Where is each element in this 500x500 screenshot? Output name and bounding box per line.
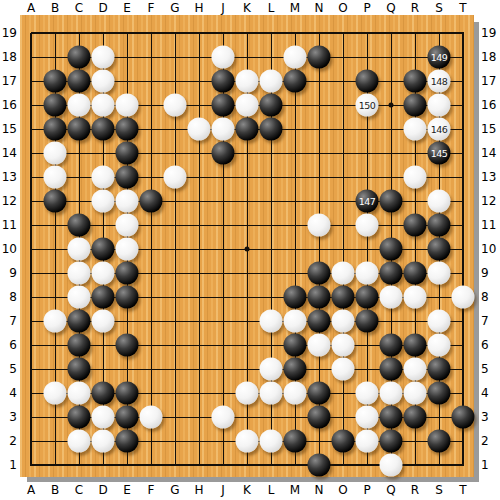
stone-black: [380, 358, 403, 381]
stone-black: [308, 286, 331, 309]
stone-black: [212, 94, 235, 117]
stone-black: [380, 406, 403, 429]
stone-white: [68, 382, 91, 405]
stone-white: [92, 166, 115, 189]
stone-white: [164, 166, 187, 189]
stone-white: [68, 238, 91, 261]
stone-black: [68, 214, 91, 237]
row-label-left: 18: [0, 50, 17, 64]
stone-white: [140, 406, 163, 429]
stone-white: [404, 382, 427, 405]
column-label-bottom: H: [187, 483, 211, 497]
stone-black: [428, 214, 451, 237]
column-label-top: Q: [379, 1, 403, 15]
stone-black: [308, 46, 331, 69]
row-label-left: 19: [0, 26, 17, 40]
stone-white: [116, 94, 139, 117]
column-label-bottom: M: [283, 483, 307, 497]
column-label-bottom: G: [163, 483, 187, 497]
row-label-right: 1: [481, 458, 500, 472]
stone-white: [212, 406, 235, 429]
stone-white: [452, 286, 475, 309]
stone-white: [44, 166, 67, 189]
column-label-bottom: A: [19, 483, 43, 497]
stone-white: [236, 430, 259, 453]
stone-white: [92, 430, 115, 453]
stone-black: [308, 454, 331, 477]
row-label-right: 4: [481, 386, 500, 400]
stone-black-move-149: 149: [428, 46, 451, 69]
stone-black: [116, 142, 139, 165]
column-label-bottom: F: [139, 483, 163, 497]
column-label-bottom: T: [451, 483, 475, 497]
stone-black: [68, 406, 91, 429]
row-label-left: 1: [0, 458, 17, 472]
stone-black: [356, 286, 379, 309]
stone-black: [116, 118, 139, 141]
column-label-top: N: [307, 1, 331, 15]
stone-white: [92, 190, 115, 213]
row-label-left: 6: [0, 338, 17, 352]
stone-white: [92, 406, 115, 429]
stone-white: [116, 238, 139, 261]
stone-white: [92, 262, 115, 285]
stone-black: [380, 190, 403, 213]
stone-black: [68, 46, 91, 69]
column-label-top: D: [91, 1, 115, 15]
stone-white: [332, 310, 355, 333]
stone-black: [404, 94, 427, 117]
column-label-top: A: [19, 1, 43, 15]
row-label-left: 4: [0, 386, 17, 400]
column-label-top: C: [67, 1, 91, 15]
row-label-right: 6: [481, 338, 500, 352]
column-label-top: O: [331, 1, 355, 15]
stone-black-move-147: 147: [356, 190, 379, 213]
stone-black: [308, 310, 331, 333]
column-label-bottom: R: [403, 483, 427, 497]
stone-black: [140, 190, 163, 213]
stone-black: [92, 238, 115, 261]
stone-white: [284, 310, 307, 333]
stone-black: [308, 406, 331, 429]
stone-black: [92, 382, 115, 405]
stone-black-move-145: 145: [428, 142, 451, 165]
stone-black: [452, 406, 475, 429]
stone-white: [92, 70, 115, 93]
stone-black: [260, 94, 283, 117]
column-label-bottom: Q: [379, 483, 403, 497]
stone-black: [116, 166, 139, 189]
column-label-bottom: P: [355, 483, 379, 497]
row-label-left: 9: [0, 266, 17, 280]
column-label-bottom: J: [211, 483, 235, 497]
stone-white-move-146: 146: [428, 118, 451, 141]
star-point: [245, 247, 250, 252]
row-label-right: 16: [481, 98, 500, 112]
row-label-right: 9: [481, 266, 500, 280]
row-label-left: 15: [0, 122, 17, 136]
column-label-top: E: [115, 1, 139, 15]
stone-black: [44, 118, 67, 141]
stone-white: [164, 94, 187, 117]
column-label-top: M: [283, 1, 307, 15]
stone-white: [236, 70, 259, 93]
stone-white: [380, 286, 403, 309]
row-label-right: 3: [481, 410, 500, 424]
stone-black: [260, 118, 283, 141]
stone-black: [332, 286, 355, 309]
stone-white: [212, 46, 235, 69]
row-label-right: 14: [481, 146, 500, 160]
stone-black: [44, 190, 67, 213]
stone-black: [92, 118, 115, 141]
stone-black: [356, 310, 379, 333]
stone-black: [428, 382, 451, 405]
stone-black: [404, 214, 427, 237]
stone-black: [284, 334, 307, 357]
column-label-top: S: [427, 1, 451, 15]
stone-black: [116, 262, 139, 285]
stone-white: [332, 262, 355, 285]
stone-white: [260, 430, 283, 453]
row-label-left: 14: [0, 146, 17, 160]
stone-white: [308, 214, 331, 237]
row-label-left: 11: [0, 218, 17, 232]
column-label-bottom: N: [307, 483, 331, 497]
column-label-bottom: D: [91, 483, 115, 497]
stone-white: [428, 310, 451, 333]
stone-black: [116, 406, 139, 429]
row-label-right: 8: [481, 290, 500, 304]
stone-black: [404, 406, 427, 429]
column-label-top: L: [259, 1, 283, 15]
stone-white: [68, 286, 91, 309]
go-app-window: 149148150146145147 AABBCCDDEEFFGGHHJJKKL…: [0, 0, 500, 500]
stone-white: [284, 382, 307, 405]
stone-white: [428, 262, 451, 285]
stone-black: [116, 286, 139, 309]
stone-black: [68, 310, 91, 333]
row-label-left: 3: [0, 410, 17, 424]
stone-white: [284, 46, 307, 69]
stone-white: [428, 190, 451, 213]
stone-black: [380, 334, 403, 357]
row-label-left: 8: [0, 290, 17, 304]
stone-white: [404, 358, 427, 381]
row-label-left: 13: [0, 170, 17, 184]
stone-black: [428, 238, 451, 261]
row-label-right: 7: [481, 314, 500, 328]
row-label-right: 10: [481, 242, 500, 256]
stone-black: [284, 70, 307, 93]
stone-white: [116, 190, 139, 213]
stone-black: [284, 430, 307, 453]
stone-white: [92, 46, 115, 69]
go-board[interactable]: 149148150146145147: [20, 15, 474, 477]
stone-black: [68, 358, 91, 381]
stone-black: [380, 238, 403, 261]
stone-white: [308, 334, 331, 357]
stone-white: [356, 382, 379, 405]
column-label-bottom: L: [259, 483, 283, 497]
column-label-top: B: [43, 1, 67, 15]
column-label-bottom: O: [331, 483, 355, 497]
stone-black: [356, 70, 379, 93]
stone-white: [404, 166, 427, 189]
stone-white: [356, 262, 379, 285]
stone-white: [44, 382, 67, 405]
stone-white: [44, 142, 67, 165]
stone-white: [260, 382, 283, 405]
stone-black: [116, 430, 139, 453]
stone-white: [68, 262, 91, 285]
stone-white: [404, 118, 427, 141]
stone-black: [212, 70, 235, 93]
row-label-right: 18: [481, 50, 500, 64]
stone-black: [380, 430, 403, 453]
stone-white: [380, 382, 403, 405]
column-label-top: T: [451, 1, 475, 15]
grid-line-vertical: [462, 33, 464, 466]
column-label-top: F: [139, 1, 163, 15]
stone-white: [44, 310, 67, 333]
stone-black: [68, 118, 91, 141]
stone-white: [236, 382, 259, 405]
stone-black: [116, 382, 139, 405]
row-label-right: 13: [481, 170, 500, 184]
row-label-left: 5: [0, 362, 17, 376]
stone-white: [380, 454, 403, 477]
stone-white: [236, 94, 259, 117]
stone-white: [260, 310, 283, 333]
stone-black: [212, 142, 235, 165]
column-label-bottom: S: [427, 483, 451, 497]
row-label-left: 2: [0, 434, 17, 448]
row-label-left: 17: [0, 74, 17, 88]
stone-white: [356, 406, 379, 429]
stone-black: [68, 334, 91, 357]
row-label-right: 19: [481, 26, 500, 40]
stone-white: [260, 358, 283, 381]
stone-black: [404, 334, 427, 357]
stone-black: [116, 334, 139, 357]
stone-white: [68, 430, 91, 453]
stone-white: [356, 430, 379, 453]
stone-black: [428, 358, 451, 381]
row-label-left: 10: [0, 242, 17, 256]
stone-white: [212, 118, 235, 141]
column-label-bottom: B: [43, 483, 67, 497]
column-label-bottom: C: [67, 483, 91, 497]
stone-white-move-148: 148: [428, 70, 451, 93]
row-label-right: 15: [481, 122, 500, 136]
column-label-top: R: [403, 1, 427, 15]
stone-black: [404, 262, 427, 285]
stone-white: [356, 214, 379, 237]
star-point: [389, 103, 394, 108]
row-label-left: 12: [0, 194, 17, 208]
stone-white: [332, 334, 355, 357]
stone-white: [116, 214, 139, 237]
row-label-right: 5: [481, 362, 500, 376]
row-label-right: 2: [481, 434, 500, 448]
stone-white: [92, 310, 115, 333]
stone-black: [44, 94, 67, 117]
stone-black: [236, 118, 259, 141]
stone-white: [428, 94, 451, 117]
stone-black: [380, 262, 403, 285]
stone-white-move-150: 150: [356, 94, 379, 117]
stone-black: [284, 358, 307, 381]
stone-black: [44, 70, 67, 93]
stone-white: [68, 94, 91, 117]
row-label-right: 11: [481, 218, 500, 232]
column-label-top: G: [163, 1, 187, 15]
stone-black: [92, 286, 115, 309]
stone-black: [308, 262, 331, 285]
row-label-right: 12: [481, 194, 500, 208]
column-label-bottom: E: [115, 483, 139, 497]
row-label-right: 17: [481, 74, 500, 88]
column-label-top: P: [355, 1, 379, 15]
stone-white: [260, 70, 283, 93]
row-label-left: 7: [0, 314, 17, 328]
stone-black: [404, 70, 427, 93]
stone-white: [332, 358, 355, 381]
stone-black: [68, 70, 91, 93]
grid-line-vertical: [343, 33, 344, 466]
column-label-top: K: [235, 1, 259, 15]
column-label-bottom: K: [235, 483, 259, 497]
stone-black: [308, 382, 331, 405]
stone-white: [404, 286, 427, 309]
stone-white: [428, 334, 451, 357]
stone-black: [428, 430, 451, 453]
column-label-top: J: [211, 1, 235, 15]
stone-white: [92, 94, 115, 117]
stone-black: [332, 430, 355, 453]
row-label-left: 16: [0, 98, 17, 112]
stone-black: [284, 286, 307, 309]
stone-white: [188, 118, 211, 141]
column-label-top: H: [187, 1, 211, 15]
